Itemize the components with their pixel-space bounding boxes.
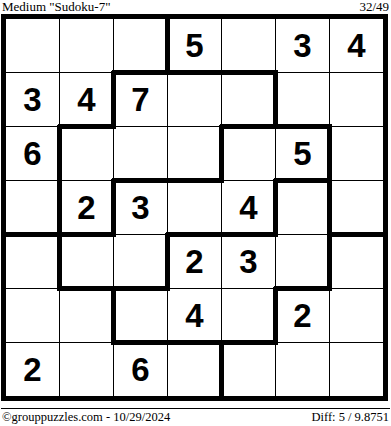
cell-r2c5[interactable] xyxy=(222,73,275,126)
cell-r5c4: 2 xyxy=(168,235,221,288)
cell-r2c7[interactable] xyxy=(330,73,383,126)
cell-r7c7[interactable] xyxy=(330,343,383,396)
cell-r2c3: 7 xyxy=(114,73,167,126)
cell-r3c7[interactable] xyxy=(330,127,383,180)
cell-r4c2: 2 xyxy=(60,181,113,234)
cell-r6c3[interactable] xyxy=(114,289,167,342)
cell-r5c6[interactable] xyxy=(276,235,329,288)
cell-r7c1: 2 xyxy=(6,343,59,396)
cell-r3c3[interactable] xyxy=(114,127,167,180)
cell-r7c3: 6 xyxy=(114,343,167,396)
cell-r1c3[interactable] xyxy=(114,19,167,72)
cell-r1c2[interactable] xyxy=(60,19,113,72)
cell-r3c4[interactable] xyxy=(168,127,221,180)
cell-r3c1: 6 xyxy=(6,127,59,180)
cell-r5c2[interactable] xyxy=(60,235,113,288)
cell-r1c5[interactable] xyxy=(222,19,275,72)
cell-r4c5: 4 xyxy=(222,181,275,234)
cell-counter: 32/49 xyxy=(359,0,389,14)
cell-r1c7: 4 xyxy=(330,19,383,72)
cell-r2c4[interactable] xyxy=(168,73,221,126)
cell-r6c5[interactable] xyxy=(222,289,275,342)
footer: ©grouppuzzles.com - 10/29/2024 Diff: 5 /… xyxy=(1,408,390,426)
cell-r3c6: 5 xyxy=(276,127,329,180)
cell-r1c6: 3 xyxy=(276,19,329,72)
cell-r4c6[interactable] xyxy=(276,181,329,234)
cell-r7c6[interactable] xyxy=(276,343,329,396)
cell-r3c5[interactable] xyxy=(222,127,275,180)
cell-r4c1[interactable] xyxy=(6,181,59,234)
cell-r5c1[interactable] xyxy=(6,235,59,288)
difficulty-text: Diff: 5 / 9.8751 xyxy=(311,410,389,426)
cell-r3c2[interactable] xyxy=(60,127,113,180)
cell-r7c5[interactable] xyxy=(222,343,275,396)
cell-r6c4: 4 xyxy=(168,289,221,342)
cell-r5c7[interactable] xyxy=(330,235,383,288)
cell-r1c4: 5 xyxy=(168,19,221,72)
cell-r4c4[interactable] xyxy=(168,181,221,234)
cell-r2c6[interactable] xyxy=(276,73,329,126)
cell-r2c2: 4 xyxy=(60,73,113,126)
cell-r6c2[interactable] xyxy=(60,289,113,342)
puzzle-title: Medium "Sudoku-7" xyxy=(2,0,110,14)
cell-r4c7[interactable] xyxy=(330,181,383,234)
cell-r6c6: 2 xyxy=(276,289,329,342)
sudoku-board: 53434765234234226 xyxy=(1,14,388,401)
cell-r6c1[interactable] xyxy=(6,289,59,342)
puzzle-page: Medium "Sudoku-7" 32/49 5343476523423422… xyxy=(0,0,391,426)
cell-r5c3[interactable] xyxy=(114,235,167,288)
cell-r7c2[interactable] xyxy=(60,343,113,396)
cell-r1c1[interactable] xyxy=(6,19,59,72)
cell-r4c3: 3 xyxy=(114,181,167,234)
cell-r7c4[interactable] xyxy=(168,343,221,396)
cell-r6c7[interactable] xyxy=(330,289,383,342)
copyright-text: ©grouppuzzles.com - 10/29/2024 xyxy=(2,410,170,426)
cell-r5c5: 3 xyxy=(222,235,275,288)
header: Medium "Sudoku-7" 32/49 xyxy=(1,0,390,14)
cell-r2c1: 3 xyxy=(6,73,59,126)
